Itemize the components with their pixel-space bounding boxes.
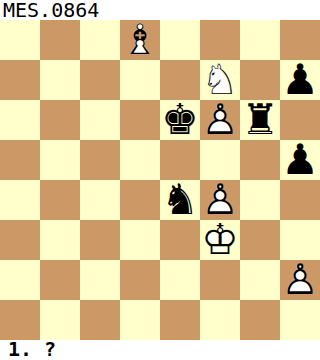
square-a4[interactable] — [0, 180, 40, 220]
square-f6[interactable]: ♟♙ — [200, 100, 240, 140]
square-f8[interactable] — [200, 20, 240, 60]
square-d7[interactable] — [120, 60, 160, 100]
black-piece-glyph: ♟ — [280, 60, 320, 100]
square-a2[interactable] — [0, 260, 40, 300]
square-b5[interactable] — [40, 140, 80, 180]
square-f3[interactable]: ♚♔ — [200, 220, 240, 260]
square-e3[interactable] — [160, 220, 200, 260]
black-knight: ♞ — [160, 180, 200, 220]
square-c4[interactable] — [80, 180, 120, 220]
square-h2[interactable]: ♟♙ — [280, 260, 320, 300]
square-c6[interactable] — [80, 100, 120, 140]
square-h1[interactable] — [280, 300, 320, 340]
square-e6[interactable]: ♚ — [160, 100, 200, 140]
white-pawn: ♟♙ — [280, 260, 320, 300]
square-b2[interactable] — [40, 260, 80, 300]
square-f2[interactable] — [200, 260, 240, 300]
white-pawn: ♟♙ — [200, 100, 240, 140]
square-g7[interactable] — [240, 60, 280, 100]
white-piece-outline: ♙ — [280, 260, 320, 300]
square-b8[interactable] — [40, 20, 80, 60]
square-a1[interactable] — [0, 300, 40, 340]
square-g8[interactable] — [240, 20, 280, 60]
black-piece-glyph: ♟ — [280, 140, 320, 180]
square-a6[interactable] — [0, 100, 40, 140]
black-piece-glyph: ♞ — [160, 180, 200, 220]
black-pawn: ♟ — [280, 60, 320, 100]
square-b6[interactable] — [40, 100, 80, 140]
white-pawn: ♟♙ — [200, 180, 240, 220]
square-h3[interactable] — [280, 220, 320, 260]
square-c3[interactable] — [80, 220, 120, 260]
square-b7[interactable] — [40, 60, 80, 100]
square-f1[interactable] — [200, 300, 240, 340]
white-piece-outline: ♘ — [200, 60, 240, 100]
black-piece-glyph: ♚ — [160, 100, 200, 140]
square-g6[interactable]: ♜ — [240, 100, 280, 140]
square-h8[interactable] — [280, 20, 320, 60]
square-g2[interactable] — [240, 260, 280, 300]
square-e8[interactable] — [160, 20, 200, 60]
square-b4[interactable] — [40, 180, 80, 220]
square-h7[interactable]: ♟ — [280, 60, 320, 100]
square-g4[interactable] — [240, 180, 280, 220]
black-rook: ♜ — [240, 100, 280, 140]
square-b1[interactable] — [40, 300, 80, 340]
chess-puzzle-window: MES.0864 ♝♗♞♘♟♚♟♙♜♟♞♟♙♚♔♟♙ 1. ? — [0, 0, 320, 360]
square-e4[interactable]: ♞ — [160, 180, 200, 220]
square-b3[interactable] — [40, 220, 80, 260]
square-e7[interactable] — [160, 60, 200, 100]
square-f5[interactable] — [200, 140, 240, 180]
square-a7[interactable] — [0, 60, 40, 100]
square-e1[interactable] — [160, 300, 200, 340]
square-a3[interactable] — [0, 220, 40, 260]
square-d3[interactable] — [120, 220, 160, 260]
black-king: ♚ — [160, 100, 200, 140]
black-pawn: ♟ — [280, 140, 320, 180]
square-d6[interactable] — [120, 100, 160, 140]
square-d5[interactable] — [120, 140, 160, 180]
square-c8[interactable] — [80, 20, 120, 60]
square-h4[interactable] — [280, 180, 320, 220]
white-piece-outline: ♙ — [200, 180, 240, 220]
square-c2[interactable] — [80, 260, 120, 300]
square-d1[interactable] — [120, 300, 160, 340]
square-h6[interactable] — [280, 100, 320, 140]
square-e5[interactable] — [160, 140, 200, 180]
square-h5[interactable]: ♟ — [280, 140, 320, 180]
square-c1[interactable] — [80, 300, 120, 340]
square-d8[interactable]: ♝♗ — [120, 20, 160, 60]
move-prompt: 1. ? — [0, 340, 320, 360]
white-king: ♚♔ — [200, 220, 240, 260]
square-d4[interactable] — [120, 180, 160, 220]
square-a5[interactable] — [0, 140, 40, 180]
square-g1[interactable] — [240, 300, 280, 340]
white-piece-outline: ♙ — [200, 100, 240, 140]
chess-board: ♝♗♞♘♟♚♟♙♜♟♞♟♙♚♔♟♙ — [0, 20, 320, 340]
white-knight: ♞♘ — [200, 60, 240, 100]
square-c5[interactable] — [80, 140, 120, 180]
square-e2[interactable] — [160, 260, 200, 300]
puzzle-id-title: MES.0864 — [0, 0, 320, 20]
white-piece-outline: ♗ — [120, 20, 160, 60]
square-g5[interactable] — [240, 140, 280, 180]
white-bishop: ♝♗ — [120, 20, 160, 60]
square-f4[interactable]: ♟♙ — [200, 180, 240, 220]
white-piece-outline: ♔ — [200, 220, 240, 260]
black-piece-glyph: ♜ — [240, 100, 280, 140]
square-a8[interactable] — [0, 20, 40, 60]
square-f7[interactable]: ♞♘ — [200, 60, 240, 100]
square-c7[interactable] — [80, 60, 120, 100]
square-d2[interactable] — [120, 260, 160, 300]
square-g3[interactable] — [240, 220, 280, 260]
